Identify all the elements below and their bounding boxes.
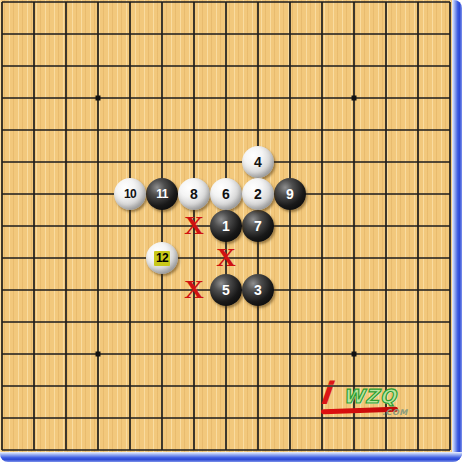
gomoku-diagram: XXX123456789101112 i WZQ .COM [0, 0, 462, 462]
stone-move-11[interactable]: 11 [146, 178, 178, 210]
stone-move-3[interactable]: 3 [242, 274, 274, 306]
move-number: 2 [254, 186, 262, 202]
stone-move-5[interactable]: 5 [210, 274, 242, 306]
move-number: 3 [254, 282, 262, 298]
stone-move-2[interactable]: 2 [242, 178, 274, 210]
stone-move-9[interactable]: 9 [274, 178, 306, 210]
stone-move-6[interactable]: 6 [210, 178, 242, 210]
move-number: 7 [254, 218, 262, 234]
blue-edge-bottom [0, 452, 462, 462]
watermark-domain-suffix: .COM [382, 408, 408, 417]
watermark-letter-i: i [318, 375, 332, 411]
x-mark-G8: X [178, 211, 210, 240]
move-number: 1 [222, 218, 230, 234]
move-number: 9 [286, 186, 294, 202]
stone-move-7[interactable]: 7 [242, 210, 274, 242]
watermark-logo: i WZQ .COM [320, 381, 422, 417]
move-number: 11 [156, 187, 168, 201]
stone-move-1[interactable]: 1 [210, 210, 242, 242]
move-number: 4 [254, 154, 262, 170]
blue-edge-right [452, 0, 462, 462]
last-move-number-tag: 12 [154, 251, 170, 266]
move-number: 6 [222, 186, 230, 202]
x-mark-H7: X [210, 243, 242, 272]
x-mark-G6: X [178, 275, 210, 304]
stone-move-8[interactable]: 8 [178, 178, 210, 210]
stone-move-10[interactable]: 10 [114, 178, 146, 210]
stone-move-12[interactable]: 12 [146, 242, 178, 274]
move-number: 8 [190, 186, 198, 202]
watermark-word: WZQ [343, 385, 397, 407]
move-number: 5 [222, 282, 230, 298]
stone-move-4[interactable]: 4 [242, 146, 274, 178]
move-number: 10 [124, 187, 136, 201]
